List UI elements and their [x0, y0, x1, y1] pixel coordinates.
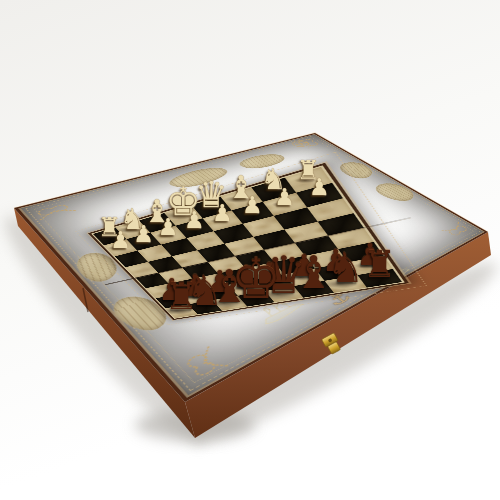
piece-white-pawn[interactable]: ♟	[274, 185, 295, 208]
piece-white-pawn[interactable]: ♟	[242, 193, 263, 216]
piece-white-pawn[interactable]: ♟	[158, 215, 179, 238]
piece-white-pawn[interactable]: ♟	[184, 208, 205, 231]
piece-white-pawn[interactable]: ♟	[110, 228, 131, 251]
piece-white-pawn[interactable]: ♟	[309, 175, 330, 198]
product-photo-scene: ⚓ ♜♞♝♛♚♝♞♜♟♟♟♟♟♟♟♟♟♟♟♟♟♟♟♟♜♞♝♛♚♝♞♜	[0, 0, 500, 500]
chess-pieces-layer: ♜♞♝♛♚♝♞♜♟♟♟♟♟♟♟♟♟♟♟♟♟♟♟♟♜♞♝♛♚♝♞♜	[0, 0, 500, 500]
piece-white-pawn[interactable]: ♟	[133, 222, 154, 245]
piece-black-rook[interactable]: ♜	[363, 247, 396, 284]
piece-black-rook[interactable]: ♜	[165, 280, 198, 317]
piece-white-pawn[interactable]: ♟	[212, 201, 233, 224]
